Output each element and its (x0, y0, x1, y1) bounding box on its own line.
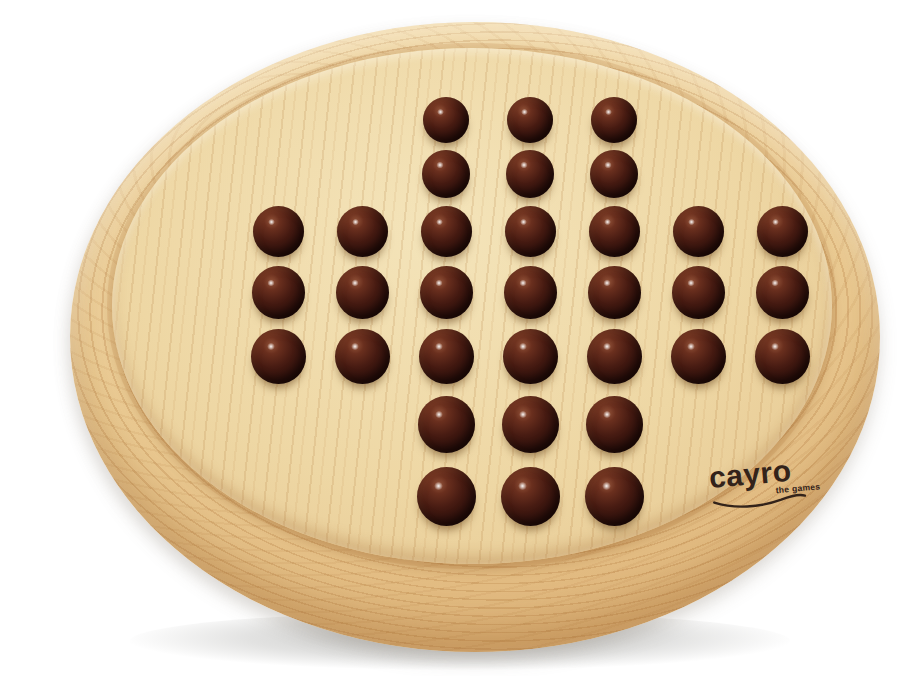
board-cell (320, 323, 404, 389)
marble-r5c4[interactable] (503, 329, 558, 384)
board-cell (572, 94, 656, 146)
marble-r5c1[interactable] (251, 329, 306, 384)
board-cell-void (236, 389, 320, 459)
marble-r7c4[interactable] (501, 467, 560, 526)
board-cell (404, 261, 488, 323)
board-cell-void (740, 146, 824, 201)
marble-r7c5[interactable] (585, 467, 644, 526)
holes-grid (236, 94, 824, 533)
board-cell (488, 94, 572, 146)
board-cell-void (236, 94, 320, 146)
board-cell-void (320, 94, 404, 146)
marble-r3c4[interactable] (505, 206, 556, 257)
marble-r6c4[interactable] (502, 396, 559, 453)
solitaire-board: cayro the games (70, 22, 880, 652)
marble-r2c3[interactable] (422, 150, 470, 198)
board-cell-void (740, 94, 824, 146)
board-cell (320, 201, 404, 261)
board-cell (488, 261, 572, 323)
marble-r6c5[interactable] (586, 396, 643, 453)
marble-r1c5[interactable] (591, 97, 637, 143)
marble-r4c1[interactable] (252, 266, 305, 319)
board-cell (740, 323, 824, 389)
board-cell (572, 323, 656, 389)
board-cell (572, 201, 656, 261)
board-cell (488, 323, 572, 389)
marble-r6c3[interactable] (418, 396, 475, 453)
marble-r1c4[interactable] (507, 97, 553, 143)
board-cell-void (656, 146, 740, 201)
board-cell (740, 261, 824, 323)
board-cell (488, 146, 572, 201)
marble-r3c3[interactable] (421, 206, 472, 257)
board-cell (488, 459, 572, 533)
marble-r4c6[interactable] (672, 266, 725, 319)
marble-r5c5[interactable] (587, 329, 642, 384)
board-cell-void (740, 389, 824, 459)
board-cell (656, 323, 740, 389)
board-cell (656, 201, 740, 261)
board-cell-void (236, 146, 320, 201)
board-cell (572, 146, 656, 201)
board-cell (572, 261, 656, 323)
board-cell (236, 201, 320, 261)
marble-r3c6[interactable] (673, 206, 724, 257)
marble-r2c5[interactable] (590, 150, 638, 198)
board-cell (656, 261, 740, 323)
board-cell-void (320, 459, 404, 533)
board-cell-void (320, 146, 404, 201)
board-cell (572, 459, 656, 533)
marble-r1c3[interactable] (423, 97, 469, 143)
marble-r7c3[interactable] (417, 467, 476, 526)
marble-r5c2[interactable] (335, 329, 390, 384)
marble-r4c5[interactable] (588, 266, 641, 319)
marble-r4c3[interactable] (420, 266, 473, 319)
marble-r4c7[interactable] (756, 266, 809, 319)
board-cell-void (656, 459, 740, 533)
board-cell-void (656, 389, 740, 459)
marble-r2c4[interactable] (506, 150, 554, 198)
board-cell (236, 323, 320, 389)
marble-r5c3[interactable] (419, 329, 474, 384)
board-cell (404, 459, 488, 533)
board-cell (320, 261, 404, 323)
board-cell-void (236, 459, 320, 533)
board-cell (404, 201, 488, 261)
marble-r3c5[interactable] (589, 206, 640, 257)
marble-r4c4[interactable] (504, 266, 557, 319)
marble-r5c6[interactable] (671, 329, 726, 384)
board-cell (740, 201, 824, 261)
board-cell (404, 146, 488, 201)
board-cell (404, 323, 488, 389)
board-cell (572, 389, 656, 459)
marble-r3c2[interactable] (337, 206, 388, 257)
board-cell-void (320, 389, 404, 459)
marble-r3c7[interactable] (757, 206, 808, 257)
marble-r3c1[interactable] (253, 206, 304, 257)
board-cell-void (740, 459, 824, 533)
board-cell-void (656, 94, 740, 146)
board-cell (488, 201, 572, 261)
board-cell (488, 389, 572, 459)
marble-r5c7[interactable] (755, 329, 810, 384)
board-cell (404, 389, 488, 459)
board-cell (236, 261, 320, 323)
board-cell (404, 94, 488, 146)
marble-r4c2[interactable] (336, 266, 389, 319)
